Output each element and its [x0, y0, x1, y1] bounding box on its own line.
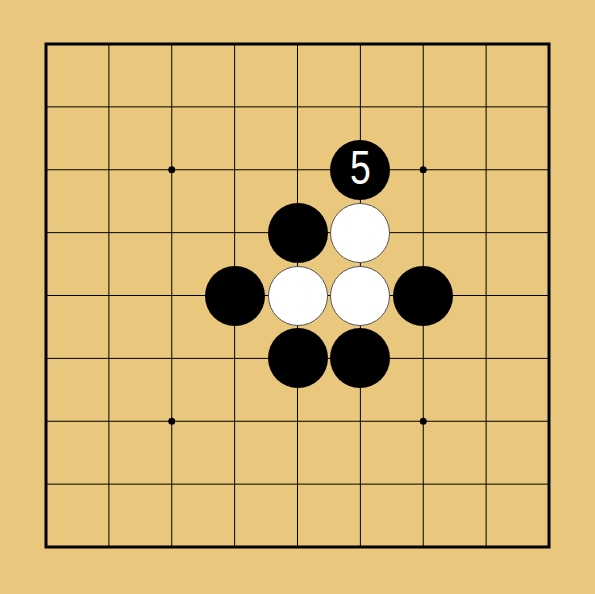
stone-white-e5 [268, 266, 328, 326]
stone-white-f5 [330, 266, 390, 326]
stone-black-f6 [330, 328, 390, 388]
stone-black-e6 [268, 328, 328, 388]
move-number-label: 5 [350, 144, 371, 192]
stone-black-f3: 5 [330, 140, 390, 200]
stone-black-d5 [205, 266, 265, 326]
stone-white-f4 [330, 203, 390, 263]
stone-black-g5 [393, 266, 453, 326]
go-diagram: 5 [0, 0, 595, 594]
stone-black-e4 [268, 203, 328, 263]
stones-layer: 5 [15, 13, 581, 579]
